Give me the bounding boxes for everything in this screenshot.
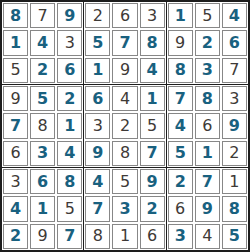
cell-r1c2[interactable]: 7 [30,3,55,28]
cell-r8c7[interactable]: 6 [168,196,193,221]
cell-r3c7[interactable]: 8 [168,58,193,83]
cell-r8c4[interactable]: 7 [85,196,110,221]
box-1-1: 879143526 [2,2,83,84]
cell-r9c8[interactable]: 4 [195,224,220,249]
cell-r5c9[interactable]: 9 [222,113,247,138]
cell-r8c6[interactable]: 2 [140,196,165,221]
cell-r1c4[interactable]: 2 [85,3,110,28]
cell-r2c9[interactable]: 6 [222,30,247,55]
box-1-2: 263578194 [84,2,165,84]
cell-r7c1[interactable]: 3 [3,169,28,194]
cell-r4c9[interactable]: 3 [222,86,247,111]
cell-r3c9[interactable]: 7 [222,58,247,83]
cell-r5c6[interactable]: 5 [140,113,165,138]
cell-r7c5[interactable]: 5 [112,169,137,194]
cell-r7c8[interactable]: 7 [195,169,220,194]
cell-r5c1[interactable]: 7 [3,113,28,138]
box-2-3: 783469512 [167,85,248,167]
cell-r5c3[interactable]: 1 [57,113,82,138]
cell-r3c2[interactable]: 2 [30,58,55,83]
cell-r3c3[interactable]: 6 [57,58,82,83]
cell-r4c5[interactable]: 4 [112,86,137,111]
cell-r9c1[interactable]: 2 [3,224,28,249]
cell-r4c7[interactable]: 7 [168,86,193,111]
cell-r3c6[interactable]: 4 [140,58,165,83]
cell-r5c4[interactable]: 3 [85,113,110,138]
cell-r7c9[interactable]: 1 [222,169,247,194]
cell-r8c8[interactable]: 9 [195,196,220,221]
cell-r1c5[interactable]: 6 [112,3,137,28]
box-1-3: 154926837 [167,2,248,84]
cell-r7c3[interactable]: 8 [57,169,82,194]
cell-r4c3[interactable]: 2 [57,86,82,111]
cell-r4c6[interactable]: 1 [140,86,165,111]
cell-r7c2[interactable]: 6 [30,169,55,194]
cell-r1c9[interactable]: 4 [222,3,247,28]
cell-r2c3[interactable]: 3 [57,30,82,55]
cell-r8c5[interactable]: 3 [112,196,137,221]
box-3-1: 368415297 [2,168,83,250]
cell-r3c1[interactable]: 5 [3,58,28,83]
cell-r4c4[interactable]: 6 [85,86,110,111]
cell-r6c3[interactable]: 4 [57,141,82,166]
sudoku-board: 8791435262635781941549268379527816346413… [0,0,250,252]
cell-r2c8[interactable]: 2 [195,30,220,55]
cell-r4c2[interactable]: 5 [30,86,55,111]
cell-r6c7[interactable]: 5 [168,141,193,166]
cell-r2c6[interactable]: 8 [140,30,165,55]
box-3-2: 459732816 [84,168,165,250]
cell-r8c3[interactable]: 5 [57,196,82,221]
box-2-2: 641325987 [84,85,165,167]
cell-r9c2[interactable]: 9 [30,224,55,249]
cell-r2c7[interactable]: 9 [168,30,193,55]
cell-r2c5[interactable]: 7 [112,30,137,55]
cell-r4c8[interactable]: 8 [195,86,220,111]
cell-r7c4[interactable]: 4 [85,169,110,194]
cell-r2c4[interactable]: 5 [85,30,110,55]
cell-r5c7[interactable]: 4 [168,113,193,138]
cell-r7c6[interactable]: 9 [140,169,165,194]
cell-r6c4[interactable]: 9 [85,141,110,166]
cell-r3c8[interactable]: 3 [195,58,220,83]
cell-r6c9[interactable]: 2 [222,141,247,166]
cell-r1c6[interactable]: 3 [140,3,165,28]
cell-r4c1[interactable]: 9 [3,86,28,111]
cell-r5c5[interactable]: 2 [112,113,137,138]
cell-r9c7[interactable]: 3 [168,224,193,249]
cell-r1c3[interactable]: 9 [57,3,82,28]
cell-r7c7[interactable]: 2 [168,169,193,194]
cell-r6c1[interactable]: 6 [3,141,28,166]
cell-r8c9[interactable]: 8 [222,196,247,221]
cell-r2c1[interactable]: 1 [3,30,28,55]
cell-r9c3[interactable]: 7 [57,224,82,249]
cell-r3c5[interactable]: 9 [112,58,137,83]
box-3-3: 271698345 [167,168,248,250]
cell-r6c6[interactable]: 7 [140,141,165,166]
cell-r8c1[interactable]: 4 [3,196,28,221]
cell-r1c1[interactable]: 8 [3,3,28,28]
cell-r6c8[interactable]: 1 [195,141,220,166]
cell-r2c2[interactable]: 4 [30,30,55,55]
cell-r8c2[interactable]: 1 [30,196,55,221]
cell-r9c6[interactable]: 6 [140,224,165,249]
cell-r9c5[interactable]: 1 [112,224,137,249]
box-2-1: 952781634 [2,85,83,167]
cell-r9c4[interactable]: 8 [85,224,110,249]
cell-r1c7[interactable]: 1 [168,3,193,28]
cell-r6c2[interactable]: 3 [30,141,55,166]
cell-r9c9[interactable]: 5 [222,224,247,249]
cell-r5c8[interactable]: 6 [195,113,220,138]
cell-r6c5[interactable]: 8 [112,141,137,166]
cell-r1c8[interactable]: 5 [195,3,220,28]
cell-r5c2[interactable]: 8 [30,113,55,138]
cell-r3c4[interactable]: 1 [85,58,110,83]
